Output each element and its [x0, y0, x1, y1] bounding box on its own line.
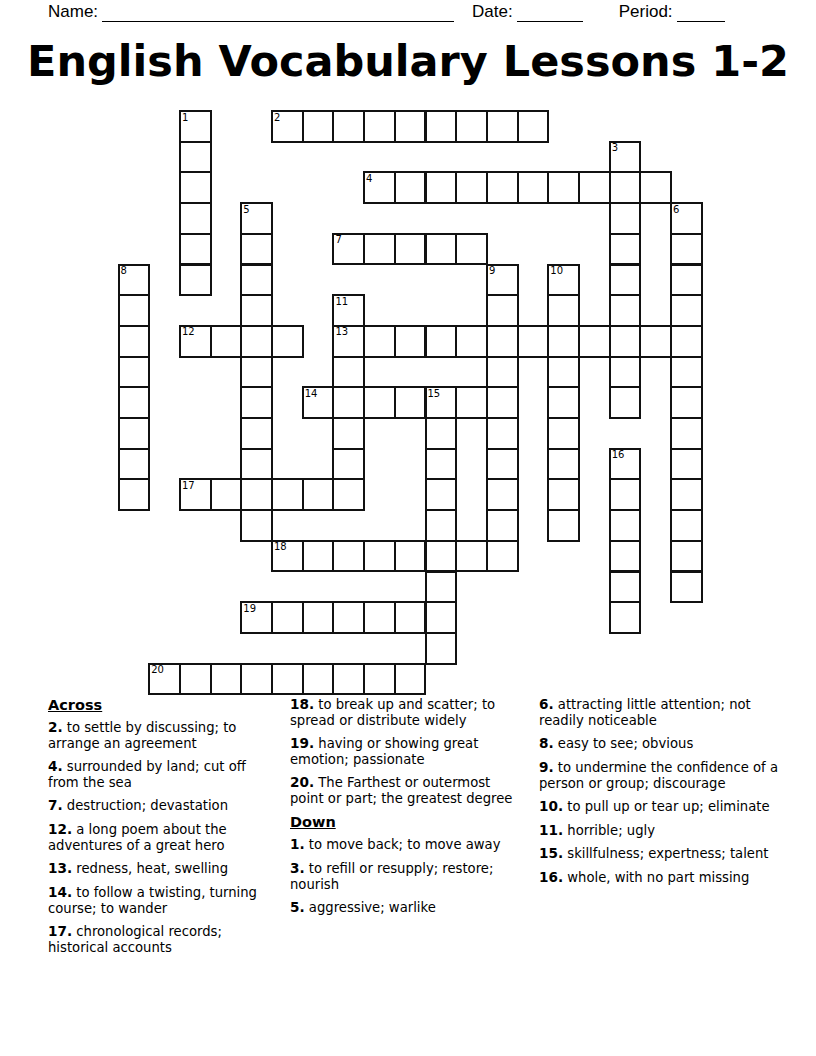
crossword-cell-r7c0[interactable]: [118, 325, 151, 358]
crossword-cell-r12c12[interactable]: [486, 478, 519, 511]
crossword-cell-r7c5[interactable]: [271, 325, 304, 358]
crossword-cell-r4c10[interactable]: [425, 233, 458, 266]
crossword-cell-r18c6[interactable]: [302, 663, 335, 696]
crossword-cell-r13c12[interactable]: [486, 509, 519, 542]
crossword-cell-r7c9[interactable]: [394, 325, 427, 358]
crossword-cell-r18c5[interactable]: [271, 663, 304, 696]
crossword-cell-r8c14[interactable]: [547, 356, 580, 389]
crossword-cell-r6c0[interactable]: [118, 294, 151, 327]
crossword-cell-r18c8[interactable]: [363, 663, 396, 696]
crossword-cell-r11c0[interactable]: [118, 448, 151, 481]
crossword-cell-r9c0[interactable]: [118, 386, 151, 419]
clue-down-9-number: 9.: [539, 759, 554, 775]
clue-number-3: 3: [612, 143, 618, 153]
clue-across-7: 7. destruction; devastation: [48, 798, 280, 814]
crossword-cell-r5c18[interactable]: [670, 264, 703, 297]
crossword-cell-r6c4[interactable]: [240, 294, 273, 327]
crossword-cell-r2c14[interactable]: [547, 171, 580, 204]
clue-across-4-number: 4.: [48, 758, 63, 774]
clue-number-12: 12: [182, 327, 195, 337]
crossword-cell-r4c11[interactable]: [455, 233, 488, 266]
clue-down-16: 16. whole, with no part missing: [539, 870, 779, 886]
crossword-cell-r13c16[interactable]: [609, 509, 642, 542]
crossword-cell-r13c10[interactable]: [425, 509, 458, 542]
crossword-cell-r16c7[interactable]: [332, 601, 365, 634]
clue-column-2: 18. to break up and scatter; to spread o…: [290, 697, 527, 963]
crossword-cell-r8c18[interactable]: [670, 356, 703, 389]
crossword-cell-r7c8[interactable]: [363, 325, 396, 358]
crossword-cell-r11c10[interactable]: [425, 448, 458, 481]
clue-number-19: 19: [243, 604, 256, 614]
crossword-cell-r10c0[interactable]: [118, 417, 151, 450]
crossword-cell-r13c4[interactable]: [240, 509, 273, 542]
clue-section: Across2. to settle by discussing; to arr…: [48, 697, 788, 963]
clue-number-5: 5: [243, 205, 249, 215]
crossword-cell-r5c16[interactable]: [609, 264, 642, 297]
crossword-cell-r16c16[interactable]: [609, 601, 642, 634]
crossword-cell-r12c6[interactable]: [302, 478, 335, 511]
crossword-cell-r2c9[interactable]: [394, 171, 427, 204]
clue-number-15: 15: [428, 389, 441, 399]
crossword-cell-r2c15[interactable]: [578, 171, 611, 204]
crossword-cell-r0c13[interactable]: [517, 110, 550, 143]
crossword-cell-r7c13[interactable]: [517, 325, 550, 358]
crossword-cell-r7c10[interactable]: [425, 325, 458, 358]
crossword-cell-r14c12[interactable]: [486, 540, 519, 573]
clue-across-18-number: 18.: [290, 696, 314, 712]
crossword-cell-r18c7[interactable]: [332, 663, 365, 696]
crossword-cell-r8c12[interactable]: [486, 356, 519, 389]
clue-number-6: 6: [673, 205, 679, 215]
clue-down-9: 9. to undermine the confidence of a pers…: [539, 760, 779, 791]
clue-number-4: 4: [366, 174, 372, 184]
crossword-cell-r8c7[interactable]: [332, 356, 365, 389]
crossword-cell-r2c10[interactable]: [425, 171, 458, 204]
crossword-cell-r5c2[interactable]: [179, 264, 212, 297]
clue-down-8: 8. easy to see; obvious: [539, 736, 779, 752]
crossword-cell-r10c10[interactable]: [425, 417, 458, 450]
clue-across-13-number: 13.: [48, 860, 72, 876]
clue-across-19: 19. having or showing great emotion; pas…: [290, 736, 527, 767]
crossword-cell-r6c12[interactable]: [486, 294, 519, 327]
crossword-cell-r9c4[interactable]: [240, 386, 273, 419]
crossword-cell-r8c0[interactable]: [118, 356, 151, 389]
crossword-cell-r2c12[interactable]: [486, 171, 519, 204]
clue-down-3: 3. to refill or resupply; restore; nouri…: [290, 861, 527, 892]
clue-across-2: 2. to settle by discussing; to arrange a…: [48, 720, 280, 751]
crossword-cell-r2c17[interactable]: [639, 171, 672, 204]
clue-across-17-number: 17.: [48, 923, 72, 939]
clue-column-3: 6. attracting little attention; not read…: [539, 697, 779, 963]
crossword-cell-r14c18[interactable]: [670, 540, 703, 573]
crossword-cell-r4c18[interactable]: [670, 233, 703, 266]
across-heading: Across: [48, 697, 280, 713]
crossword-cell-r6c18[interactable]: [670, 294, 703, 327]
crossword-cell-r0c6[interactable]: [302, 110, 335, 143]
crossword-grid: 1234567891011121314151617181920: [0, 0, 816, 700]
clue-down-8-number: 8.: [539, 735, 554, 751]
clue-number-1: 1: [182, 113, 188, 123]
clue-number-8: 8: [121, 266, 127, 276]
clue-number-13: 13: [335, 327, 348, 337]
crossword-cell-r18c4[interactable]: [240, 663, 273, 696]
clue-down-10-number: 10.: [539, 798, 563, 814]
crossword-cell-r0c9[interactable]: [394, 110, 427, 143]
clue-number-18: 18: [274, 542, 287, 552]
crossword-cell-r14c16[interactable]: [609, 540, 642, 573]
clue-across-19-number: 19.: [290, 735, 314, 751]
clue-down-11: 11. horrible; ugly: [539, 823, 779, 839]
crossword-cell-r5c4[interactable]: [240, 264, 273, 297]
crossword-cell-r16c6[interactable]: [302, 601, 335, 634]
crossword-cell-r11c12[interactable]: [486, 448, 519, 481]
crossword-cell-r17c10[interactable]: [425, 632, 458, 665]
clue-column-1: Across2. to settle by discussing; to arr…: [48, 697, 280, 963]
crossword-cell-r11c14[interactable]: [547, 448, 580, 481]
clue-across-20: 20. The Farthest or outermost point or p…: [290, 775, 527, 806]
crossword-cell-r2c13[interactable]: [517, 171, 550, 204]
clue-number-14: 14: [305, 389, 318, 399]
clue-number-20: 20: [151, 665, 164, 675]
crossword-cell-r15c16[interactable]: [609, 571, 642, 604]
clue-down-10: 10. to pull up or tear up; eliminate: [539, 799, 779, 815]
crossword-cell-r0c12[interactable]: [486, 110, 519, 143]
crossword-cell-r7c17[interactable]: [639, 325, 672, 358]
crossword-cell-r12c0[interactable]: [118, 478, 151, 511]
crossword-cell-r10c12[interactable]: [486, 417, 519, 450]
clue-across-20-number: 20.: [290, 774, 314, 790]
crossword-cell-r10c4[interactable]: [240, 417, 273, 450]
crossword-cell-r11c18[interactable]: [670, 448, 703, 481]
clue-across-13: 13. redness, heat, swelling: [48, 861, 280, 877]
crossword-cell-r9c16[interactable]: [609, 386, 642, 419]
clue-number-17: 17: [182, 481, 195, 491]
crossword-cell-r3c16[interactable]: [609, 202, 642, 235]
crossword-cell-r0c10[interactable]: [425, 110, 458, 143]
crossword-cell-r9c12[interactable]: [486, 386, 519, 419]
crossword-cell-r15c18[interactable]: [670, 571, 703, 604]
clue-number-10: 10: [550, 266, 563, 276]
clue-across-7-number: 7.: [48, 797, 63, 813]
clue-across-18: 18. to break up and scatter; to spread o…: [290, 697, 527, 728]
clue-down-1-number: 1.: [290, 836, 305, 852]
crossword-cell-r8c16[interactable]: [609, 356, 642, 389]
crossword-cell-r2c11[interactable]: [455, 171, 488, 204]
crossword-cell-r12c16[interactable]: [609, 478, 642, 511]
crossword-cell-r12c18[interactable]: [670, 478, 703, 511]
crossword-cell-r4c4[interactable]: [240, 233, 273, 266]
crossword-cell-r14c8[interactable]: [363, 540, 396, 573]
clue-down-11-number: 11.: [539, 822, 563, 838]
clue-across-4: 4. surrounded by land; cut off from the …: [48, 759, 280, 790]
clue-number-11: 11: [335, 297, 348, 307]
clue-number-16: 16: [612, 450, 625, 460]
clue-across-17: 17. chronological records; historical ac…: [48, 924, 280, 955]
crossword-cell-r16c5[interactable]: [271, 601, 304, 634]
crossword-cell-r13c18[interactable]: [670, 509, 703, 542]
clue-number-7: 7: [335, 235, 341, 245]
clue-across-2-number: 2.: [48, 719, 63, 735]
crossword-cell-r16c9[interactable]: [394, 601, 427, 634]
clue-down-15: 15. skillfulness; expertness; talent: [539, 846, 779, 862]
crossword-cell-r1c2[interactable]: [179, 141, 212, 174]
crossword-cell-r16c8[interactable]: [363, 601, 396, 634]
crossword-cell-r14c6[interactable]: [302, 540, 335, 573]
crossword-cell-r9c11[interactable]: [455, 386, 488, 419]
clue-down-6-number: 6.: [539, 696, 554, 712]
clue-down-1: 1. to move back; to move away: [290, 837, 527, 853]
crossword-cell-r18c2[interactable]: [179, 663, 212, 696]
clue-down-3-number: 3.: [290, 860, 305, 876]
crossword-cell-r4c9[interactable]: [394, 233, 427, 266]
crossword-cell-r2c16[interactable]: [609, 171, 642, 204]
clue-down-6: 6. attracting little attention; not read…: [539, 697, 779, 728]
crossword-cell-r18c9[interactable]: [394, 663, 427, 696]
crossword-cell-r10c14[interactable]: [547, 417, 580, 450]
crossword-cell-r15c10[interactable]: [425, 571, 458, 604]
crossword-cell-r9c7[interactable]: [332, 386, 365, 419]
crossword-cell-r10c7[interactable]: [332, 417, 365, 450]
crossword-cell-r11c7[interactable]: [332, 448, 365, 481]
crossword-cell-r12c3[interactable]: [210, 478, 243, 511]
crossword-cell-r12c7[interactable]: [332, 478, 365, 511]
crossword-cell-r7c11[interactable]: [455, 325, 488, 358]
crossword-cell-r7c14[interactable]: [547, 325, 580, 358]
crossword-cell-r4c8[interactable]: [363, 233, 396, 266]
crossword-cell-r9c14[interactable]: [547, 386, 580, 419]
crossword-cell-r9c18[interactable]: [670, 386, 703, 419]
crossword-cell-r18c3[interactable]: [210, 663, 243, 696]
crossword-cell-r14c7[interactable]: [332, 540, 365, 573]
crossword-cell-r6c16[interactable]: [609, 294, 642, 327]
clue-down-5-number: 5.: [290, 899, 305, 915]
crossword-cell-r14c9[interactable]: [394, 540, 427, 573]
clue-across-14: 14. to follow a twisting, turning course…: [48, 885, 280, 916]
clue-number-9: 9: [489, 266, 495, 276]
crossword-cell-r13c14[interactable]: [547, 509, 580, 542]
crossword-cell-r7c16[interactable]: [609, 325, 642, 358]
crossword-cell-r7c12[interactable]: [486, 325, 519, 358]
crossword-cell-r9c9[interactable]: [394, 386, 427, 419]
clue-down-5: 5. aggressive; warlike: [290, 900, 527, 916]
crossword-cell-r2c2[interactable]: [179, 171, 212, 204]
clue-down-16-number: 16.: [539, 869, 563, 885]
crossword-cell-r0c8[interactable]: [363, 110, 396, 143]
crossword-cell-r8c4[interactable]: [240, 356, 273, 389]
crossword-cell-r10c18[interactable]: [670, 417, 703, 450]
crossword-cell-r7c18[interactable]: [670, 325, 703, 358]
clue-across-14-number: 14.: [48, 884, 72, 900]
crossword-cell-r3c2[interactable]: [179, 202, 212, 235]
down-heading: Down: [290, 814, 527, 830]
crossword-cell-r4c16[interactable]: [609, 233, 642, 266]
crossword-cell-r14c11[interactable]: [455, 540, 488, 573]
crossword-cell-r6c14[interactable]: [547, 294, 580, 327]
crossword-cell-r7c3[interactable]: [210, 325, 243, 358]
crossword-cell-r12c5[interactable]: [271, 478, 304, 511]
crossword-cell-r12c10[interactable]: [425, 478, 458, 511]
clue-down-15-number: 15.: [539, 845, 563, 861]
crossword-cell-r4c2[interactable]: [179, 233, 212, 266]
clue-number-2: 2: [274, 113, 280, 123]
crossword-cell-r14c10[interactable]: [425, 540, 458, 573]
clue-across-12: 12. a long poem about the adventures of …: [48, 822, 280, 853]
crossword-cell-r0c7[interactable]: [332, 110, 365, 143]
clue-across-12-number: 12.: [48, 821, 72, 837]
crossword-cell-r7c15[interactable]: [578, 325, 611, 358]
crossword-cell-r11c4[interactable]: [240, 448, 273, 481]
crossword-cell-r7c4[interactable]: [240, 325, 273, 358]
crossword-cell-r9c8[interactable]: [363, 386, 396, 419]
crossword-cell-r12c14[interactable]: [547, 478, 580, 511]
crossword-cell-r0c11[interactable]: [455, 110, 488, 143]
crossword-cell-r16c10[interactable]: [425, 601, 458, 634]
crossword-cell-r12c4[interactable]: [240, 478, 273, 511]
